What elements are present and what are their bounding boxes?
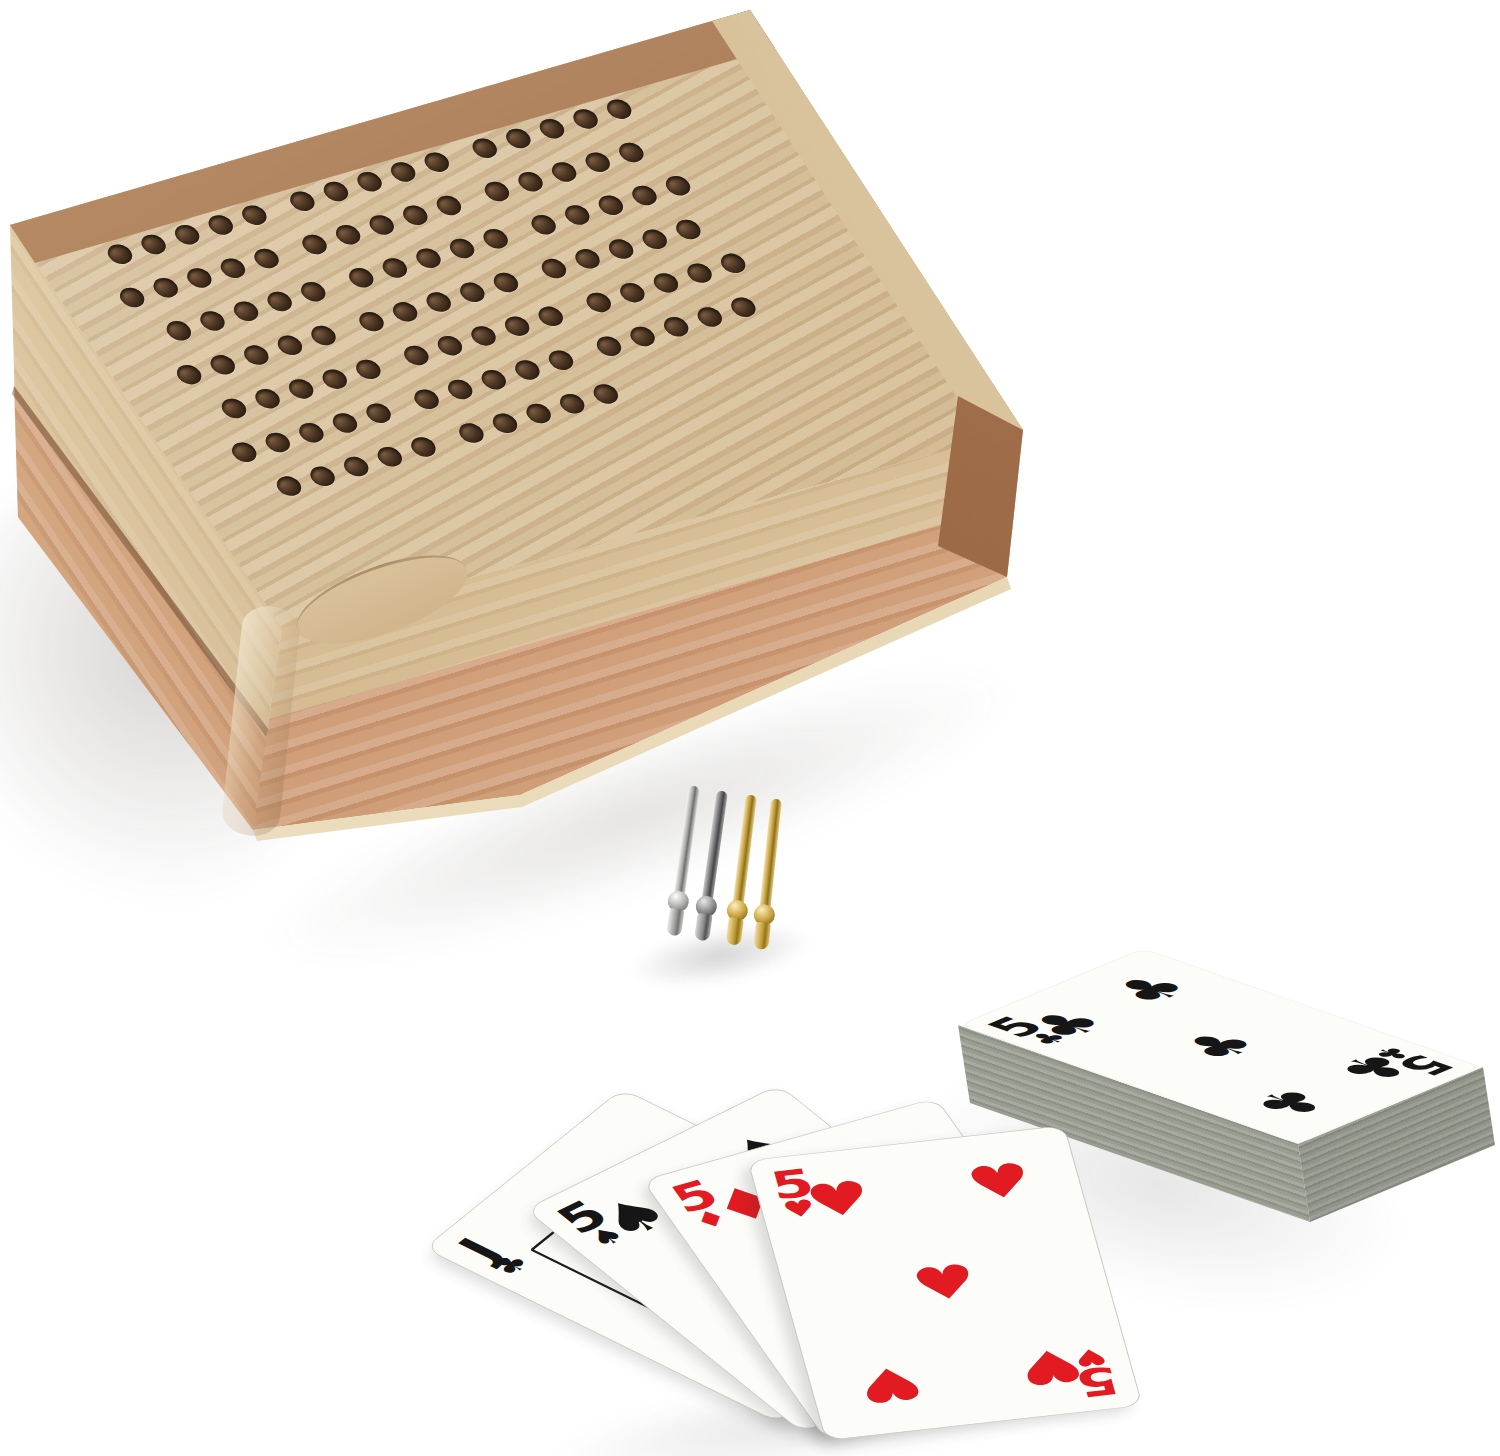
peg-shadow [625,912,817,998]
peg-foot [694,913,713,942]
peg-hole [387,160,420,185]
peg-shaft [701,790,727,902]
peg-hole [534,304,567,329]
peg-hole [228,440,261,465]
peg-hole [544,348,577,373]
peg-hole [467,324,500,349]
peg-hole [345,265,378,290]
peg-hole [407,435,440,460]
peg-hole [455,421,488,446]
peg-hole [412,246,445,271]
peg-shaft [673,785,699,897]
peg-hole [251,386,284,411]
peg-hole [285,377,318,402]
peg-hole [204,213,237,238]
peg-hole [261,430,294,455]
peg-hole [298,232,331,257]
peg-hole [250,246,283,271]
peg-hole [238,203,271,228]
peg-hole [206,353,239,378]
card-index: J ♣ [451,1232,533,1279]
peg-hole [628,183,661,208]
peg-brass-1 [725,794,759,953]
peg-hole [589,382,622,407]
peg-hole [501,314,534,339]
peg-hole [444,377,477,402]
peg-foot [726,917,744,946]
peg-hole [527,212,560,237]
peg-hole [173,362,206,387]
peg-hole [103,242,136,267]
peg-hole [468,136,501,161]
peg-hole [149,275,182,300]
peg-hole [660,314,693,339]
peg-hole [217,396,250,421]
peg-hole [183,266,216,291]
peg-hole [196,309,229,334]
peg-foot [753,922,771,950]
peg-hole [272,474,305,499]
peg-hole [399,203,432,228]
heart-pip: ♥ [852,1359,928,1411]
peg-hole [432,193,465,218]
peg-hole [263,289,296,314]
peg-hole [683,261,716,286]
peg-hole [410,387,443,412]
club-pip: ♣ [1169,1026,1272,1065]
peg-hole [480,179,513,204]
peg-hole [582,290,615,315]
peg-hole [456,280,489,305]
peg-hole [727,295,760,320]
peg-hole [328,411,361,436]
peg-hole [522,401,555,426]
peg-hole [479,226,512,251]
peg-hole [286,189,319,214]
peg-hole [615,140,648,165]
peg-hole [422,290,455,315]
peg-hole [514,169,547,194]
peg-hole [488,411,521,436]
peg-hole [433,333,466,358]
peg-hole [319,179,352,204]
peg-hole [297,279,330,304]
peg-hole [318,367,351,392]
peg-hole [162,318,195,343]
peg-hole [307,323,340,348]
peg-shaft [732,794,757,907]
peg-hole [571,247,604,272]
peg-foot [666,908,685,937]
peg-hole [216,256,249,281]
peg-hole [556,392,589,417]
peg-hole [389,300,422,325]
heart-icon: ♥ [1072,1346,1109,1368]
peg-hole [537,256,570,281]
peg-hole [332,222,365,247]
peg-hole [535,116,568,141]
heart-pip: ♥ [801,1174,877,1226]
peg-hole [717,251,750,276]
peg-hole [626,324,659,349]
peg-hole [352,357,385,382]
heart-pip: ♥ [962,1156,1038,1208]
peg-hole [240,343,273,368]
peg-hole [649,271,682,296]
peg-hole [592,334,625,359]
peg-brass-2 [753,798,784,951]
peg-hole [306,464,339,489]
peg-hole [355,309,388,334]
card-index-inverted: 5 ♥ [1068,1346,1123,1399]
peg-hole [477,367,510,392]
peg-hole [616,280,649,305]
peg-hole [594,193,627,218]
peg-hole [353,169,386,194]
peg-hole [137,232,170,257]
peg-shaft [759,798,782,911]
club-pip: ♣ [1238,1083,1341,1122]
peg-hole [548,160,581,185]
peg-hole [693,305,726,330]
peg-silver-2 [693,790,730,951]
peg-hole [502,126,535,151]
club-icon: ♣ [490,1251,533,1278]
peg-hole [365,213,398,238]
peg-hole [489,270,522,295]
peg-hole [230,299,263,324]
peg-hole [672,217,705,242]
peg-hole [511,358,544,383]
heart-pip: ♥ [907,1257,983,1309]
peg-hole [420,150,453,175]
peg-hole [569,107,602,132]
peg-hole [373,445,406,470]
peg-hole [171,222,204,247]
peg-hole [561,203,594,228]
scene: 5 ♣ 5 ♣ ♣ ♣ ♣ ♣ ♣ J ♣ J ♣ [0,0,1500,1456]
peg-hole [273,333,306,358]
peg-hole [581,150,614,175]
peg-hole [638,227,671,252]
peg-hole [603,97,636,122]
peg-hole [446,236,479,261]
club-pip: ♣ [1100,970,1203,1009]
peg-hole [295,420,328,445]
peg-hole [378,256,411,281]
peg-hole [662,173,695,198]
peg-hole [340,454,373,479]
peg-hole [605,237,638,262]
peg-hole [400,343,433,368]
peg-hole [362,401,395,426]
